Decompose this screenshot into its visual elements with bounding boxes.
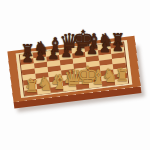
square-f1: ♝ — [89, 81, 103, 88]
black-bishop: ♝ — [85, 31, 98, 51]
black-rook: ♜ — [111, 32, 124, 48]
square-e1: ♚ — [76, 83, 90, 90]
product-photo-scene: ♜♞♝♛♚♝♞♜♟♟♟♟♟♟♟♟♟♟♟♟♟♟♟♟♜♞♝♛♚♝♞♜ — [0, 0, 150, 150]
black-bishop: ♝ — [46, 35, 59, 55]
square-g1: ♞ — [102, 80, 116, 87]
black-knight: ♞ — [33, 39, 46, 57]
square-a1: ♜ — [24, 89, 38, 96]
black-knight: ♞ — [98, 31, 111, 49]
black-king: ♚ — [72, 27, 85, 52]
board-perspective-wrap: ♜♞♝♛♚♝♞♜♟♟♟♟♟♟♟♟♟♟♟♟♟♟♟♟♜♞♝♛♚♝♞♜ — [7, 36, 140, 102]
black-queen: ♛ — [59, 31, 72, 54]
black-rook: ♜ — [20, 43, 33, 59]
square-b1: ♞ — [37, 88, 51, 95]
square-d1: ♛ — [63, 84, 77, 91]
square-h1: ♜ — [115, 78, 129, 85]
square-c1: ♝ — [50, 86, 64, 93]
board-frame: ♜♞♝♛♚♝♞♜♟♟♟♟♟♟♟♟♟♟♟♟♟♟♟♟♜♞♝♛♚♝♞♜ — [7, 36, 140, 102]
chess-board: ♜♞♝♛♚♝♞♜♟♟♟♟♟♟♟♟♟♟♟♟♟♟♟♟♜♞♝♛♚♝♞♜ — [19, 41, 129, 96]
